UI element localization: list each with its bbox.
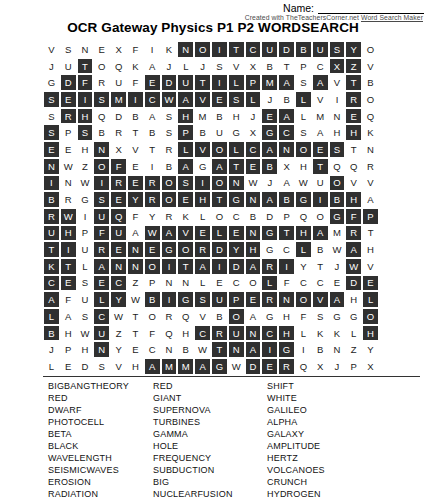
- grid-cell: X: [245, 124, 262, 141]
- grid-cell: R: [345, 225, 362, 242]
- grid-cell: U: [43, 225, 60, 242]
- grid-cell: S: [161, 124, 178, 141]
- grid-cell: L: [194, 275, 211, 292]
- grid-cell: T: [278, 225, 295, 242]
- grid-cell: A: [245, 341, 262, 358]
- grid-cell: J: [329, 258, 346, 275]
- grid-cell: C: [93, 308, 110, 325]
- grid-cell: H: [77, 341, 94, 358]
- grid-cell: X: [362, 358, 379, 375]
- grid-cell: M: [261, 74, 278, 91]
- grid-cell: A: [127, 225, 144, 242]
- grid-cell: S: [312, 308, 329, 325]
- grid-cell: O: [161, 175, 178, 192]
- word-list-item: SHIFT: [267, 380, 325, 392]
- grid-cell: X: [329, 58, 346, 75]
- grid-cell: V: [362, 258, 379, 275]
- grid-cell: I: [93, 175, 110, 192]
- grid-cell: L: [43, 308, 60, 325]
- grid-cell: K: [127, 58, 144, 75]
- grid-cell: N: [161, 341, 178, 358]
- grid-cell: T: [127, 308, 144, 325]
- grid-cell: L: [295, 325, 312, 342]
- grid-cell: L: [93, 291, 110, 308]
- grid-cell: A: [278, 108, 295, 125]
- grid-cell: V: [194, 308, 211, 325]
- grid-cell: N: [245, 191, 262, 208]
- grid-cell: E: [245, 291, 262, 308]
- grid-cell: G: [329, 208, 346, 225]
- grid-cell: F: [345, 208, 362, 225]
- grid-cell: K: [312, 325, 329, 342]
- grid-cell: A: [161, 225, 178, 242]
- grid-cell: A: [93, 258, 110, 275]
- grid-cell: V: [177, 225, 194, 242]
- grid-cell: N: [127, 241, 144, 258]
- grid-cell: G: [261, 308, 278, 325]
- grid-cell: R: [261, 291, 278, 308]
- grid-cell: X: [110, 141, 127, 158]
- grid-cell: G: [194, 158, 211, 175]
- grid-cell: E: [110, 241, 127, 258]
- grid-cell: E: [110, 191, 127, 208]
- grid-cell: T: [278, 58, 295, 75]
- grid-cell: L: [362, 291, 379, 308]
- grid-cell: X: [278, 158, 295, 175]
- grid-cell: R: [194, 241, 211, 258]
- grid-cell: L: [177, 141, 194, 158]
- word-list-item: TURBINES: [153, 416, 233, 428]
- grid-cell: X: [312, 358, 329, 375]
- grid-cell: S: [295, 74, 312, 91]
- word-list-item: GALAXY: [267, 428, 325, 440]
- grid-cell: L: [211, 225, 228, 242]
- grid-cell: R: [93, 241, 110, 258]
- grid-cell: B: [329, 191, 346, 208]
- grid-cell: A: [144, 108, 161, 125]
- grid-cell: E: [43, 141, 60, 158]
- word-list-item: CRUNCH: [267, 476, 325, 488]
- grid-cell: E: [127, 158, 144, 175]
- word-list-item: BETA: [48, 428, 129, 440]
- grid-cell: R: [161, 141, 178, 158]
- grid-cell: I: [261, 341, 278, 358]
- word-list-item: RED: [48, 392, 129, 404]
- grid-cell: D: [345, 275, 362, 292]
- grid-cell: E: [211, 91, 228, 108]
- grid-cell: N: [177, 41, 194, 58]
- grid-cell: W: [161, 91, 178, 108]
- grid-cell: Q: [110, 58, 127, 75]
- grid-cell: R: [161, 308, 178, 325]
- grid-cell: M: [194, 108, 211, 125]
- grid-cell: N: [329, 108, 346, 125]
- grid-cell: Y: [295, 258, 312, 275]
- word-list-item: RED: [153, 380, 233, 392]
- word-list-item: FREQUENCY: [153, 452, 233, 464]
- grid-cell: A: [211, 158, 228, 175]
- grid-cell: U: [211, 124, 228, 141]
- grid-cell: J: [43, 341, 60, 358]
- grid-cell: E: [93, 41, 110, 58]
- grid-cell: U: [110, 225, 127, 242]
- word-list-item: GAMMA: [153, 428, 233, 440]
- grid-cell: D: [278, 41, 295, 58]
- word-list-column: REDGIANTSUPERNOVATURBINESGAMMAHOLEFREQUE…: [153, 380, 233, 500]
- grid-cell: G: [345, 308, 362, 325]
- grid-cell: I: [278, 258, 295, 275]
- grid-cell: P: [144, 275, 161, 292]
- grid-cell: G: [261, 124, 278, 141]
- grid-cell: H: [177, 325, 194, 342]
- grid-cell: B: [177, 341, 194, 358]
- grid-cell: E: [60, 358, 77, 375]
- grid-cell: S: [329, 41, 346, 58]
- grid-cell: J: [161, 58, 178, 75]
- name-row: Name:: [283, 2, 424, 14]
- grid-cell: I: [161, 291, 178, 308]
- grid-cell: N: [60, 175, 77, 192]
- grid-cell: G: [261, 241, 278, 258]
- grid-cell: C: [312, 58, 329, 75]
- grid-cell: E: [312, 141, 329, 158]
- grid-cell: U: [93, 325, 110, 342]
- grid-cell: E: [228, 225, 245, 242]
- grid-cell: E: [144, 74, 161, 91]
- grid-cell: A: [312, 225, 329, 242]
- word-list-item: SEISMICWAVES: [48, 464, 129, 476]
- grid-cell: S: [161, 108, 178, 125]
- grid-cell: T: [194, 74, 211, 91]
- grid-cell: U: [77, 241, 94, 258]
- grid-cell: T: [127, 124, 144, 141]
- grid-cell: E: [261, 358, 278, 375]
- grid-cell: A: [278, 175, 295, 192]
- grid-cell: U: [93, 208, 110, 225]
- grid-cell: S: [228, 91, 245, 108]
- grid-cell: O: [161, 191, 178, 208]
- grid-cell: R: [43, 208, 60, 225]
- grid-cell: B: [144, 124, 161, 141]
- grid-cell: W: [228, 358, 245, 375]
- grid-cell: R: [144, 191, 161, 208]
- grid-cell: V: [329, 74, 346, 91]
- name-blank-line: [318, 2, 424, 14]
- grid-cell: A: [43, 291, 60, 308]
- grid-cell: T: [228, 158, 245, 175]
- grid-cell: A: [177, 91, 194, 108]
- grid-cell: O: [93, 158, 110, 175]
- grid-cell: O: [362, 41, 379, 58]
- grid-cell: N: [93, 141, 110, 158]
- grid-cell: F: [77, 74, 94, 91]
- grid-cell: E: [93, 275, 110, 292]
- grid-cell: T: [312, 158, 329, 175]
- grid-cell: I: [211, 258, 228, 275]
- grid-cell: G: [211, 358, 228, 375]
- grid-cell: I: [329, 91, 346, 108]
- grid-cell: V: [345, 175, 362, 192]
- grid-cell: J: [245, 108, 262, 125]
- word-list-item: BIGBANGTHEORY: [48, 380, 129, 392]
- grid-cell: G: [77, 191, 94, 208]
- grid-cell: Y: [144, 208, 161, 225]
- grid-cell: C: [245, 141, 262, 158]
- word-list-item: DWARF: [48, 404, 129, 416]
- grid-cell: D: [77, 358, 94, 375]
- grid-cell: U: [177, 74, 194, 91]
- grid-cell: W: [194, 341, 211, 358]
- grid-cell: I: [161, 258, 178, 275]
- grid-cell: B: [127, 108, 144, 125]
- word-list-item: HOLE: [153, 440, 233, 452]
- grid-cell: H: [295, 158, 312, 175]
- grid-cell: B: [161, 158, 178, 175]
- grid-cell: A: [362, 191, 379, 208]
- word-list-item: BLACK: [48, 440, 129, 452]
- grid-cell: H: [60, 325, 77, 342]
- grid-cell: T: [228, 41, 245, 58]
- grid-cell: N: [245, 325, 262, 342]
- grid-cell: E: [60, 141, 77, 158]
- grid-cell: B: [211, 108, 228, 125]
- grid-cell: S: [43, 91, 60, 108]
- grid-cell: C: [278, 241, 295, 258]
- grid-cell: A: [60, 308, 77, 325]
- grid-cell: F: [93, 225, 110, 242]
- grid-cell: W: [245, 175, 262, 192]
- grid-cell: R: [110, 124, 127, 141]
- grid-cell: V: [194, 91, 211, 108]
- grid-cell: T: [60, 258, 77, 275]
- grid-cell: V: [362, 175, 379, 192]
- grid-cell: I: [144, 158, 161, 175]
- word-list-item: SUPERNOVA: [153, 404, 233, 416]
- word-search-grid: VSNEXFIKNOITCUDBUSYOJUTOQKAJLJSVXBTPCXZV…: [43, 41, 379, 375]
- grid-cell: T: [127, 325, 144, 342]
- grid-cell: N: [127, 258, 144, 275]
- grid-cell: Y: [362, 341, 379, 358]
- grid-cell: E: [60, 91, 77, 108]
- grid-cell: W: [60, 158, 77, 175]
- grid-cell: G: [177, 291, 194, 308]
- page-title: OCR Gateway Physics P1 P2 WORDSEARCH: [0, 20, 426, 35]
- grid-cell: H: [245, 241, 262, 258]
- grid-cell: Q: [177, 308, 194, 325]
- grid-cell: H: [329, 124, 346, 141]
- grid-cell: K: [329, 325, 346, 342]
- grid-cell: P: [177, 124, 194, 141]
- grid-cell: U: [261, 41, 278, 58]
- grid-cell: Y: [127, 191, 144, 208]
- word-list-column: BIGBANGTHEORYREDDWARFPHOTOCELLBETABLACKW…: [48, 380, 129, 500]
- grid-cell: S: [93, 91, 110, 108]
- grid-cell: R: [110, 175, 127, 192]
- grid-cell: Q: [345, 158, 362, 175]
- grid-cell: Q: [295, 208, 312, 225]
- grid-cell: B: [261, 158, 278, 175]
- grid-cell: G: [43, 74, 60, 91]
- word-list-item: GALILEO: [267, 404, 325, 416]
- grid-cell: H: [362, 241, 379, 258]
- grid-cell: B: [278, 91, 295, 108]
- grid-cell: U: [211, 291, 228, 308]
- word-list-item: SUBDUCTION: [153, 464, 233, 476]
- grid-cell: D: [161, 74, 178, 91]
- grid-cell: B: [261, 58, 278, 75]
- grid-cell: A: [261, 191, 278, 208]
- grid-cell: F: [295, 308, 312, 325]
- grid-cell: E: [60, 275, 77, 292]
- grid-cell: B: [245, 208, 262, 225]
- grid-cell: F: [127, 208, 144, 225]
- grid-cell: P: [60, 124, 77, 141]
- grid-cell: X: [245, 58, 262, 75]
- grid-cell: Q: [329, 158, 346, 175]
- grid-cell: A: [194, 358, 211, 375]
- grid-cell: R: [60, 191, 77, 208]
- grid-cell: P: [278, 208, 295, 225]
- grid-cell: R: [93, 74, 110, 91]
- grid-cell: P: [245, 74, 262, 91]
- grid-cell: O: [177, 241, 194, 258]
- grid-cell: A: [329, 291, 346, 308]
- grid-cell: J: [194, 58, 211, 75]
- grid-cell: M: [110, 91, 127, 108]
- grid-cell: H: [228, 108, 245, 125]
- grid-cell: U: [312, 41, 329, 58]
- grid-cell: A: [245, 308, 262, 325]
- grid-cell: C: [295, 275, 312, 292]
- grid-cell: U: [60, 58, 77, 75]
- grid-cell: S: [77, 308, 94, 325]
- grid-cell: V: [228, 58, 245, 75]
- grid-cell: E: [261, 108, 278, 125]
- grid-cell: E: [177, 191, 194, 208]
- grid-cell: I: [312, 191, 329, 208]
- grid-cell: L: [261, 275, 278, 292]
- grid-cell: B: [295, 41, 312, 58]
- grid-cell: W: [144, 225, 161, 242]
- grid-cell: O: [211, 208, 228, 225]
- word-list-column: SHIFTWHITEGALILEOALPHAGALAXYAMPLITUDEHER…: [267, 380, 325, 500]
- grid-cell: W: [77, 175, 94, 192]
- grid-cell: W: [110, 308, 127, 325]
- grid-cell: E: [211, 275, 228, 292]
- grid-cell: B: [144, 291, 161, 308]
- grid-cell: Q: [110, 208, 127, 225]
- word-list-item: EROSION: [48, 476, 129, 488]
- grid-cell: C: [228, 208, 245, 225]
- grid-cell: V: [43, 41, 60, 58]
- grid-cell: B: [43, 325, 60, 342]
- grid-cell: C: [312, 275, 329, 292]
- grid-cell: Z: [77, 158, 94, 175]
- grid-cell: C: [110, 275, 127, 292]
- grid-cell: L: [295, 91, 312, 108]
- grid-cell: V: [127, 141, 144, 158]
- grid-cell: T: [43, 241, 60, 258]
- grid-cell: C: [278, 124, 295, 141]
- grid-cell: J: [43, 58, 60, 75]
- grid-cell: E: [194, 225, 211, 242]
- grid-cell: S: [329, 141, 346, 158]
- grid-cell: G: [329, 308, 346, 325]
- grid-cell: I: [211, 74, 228, 91]
- grid-cell: N: [329, 341, 346, 358]
- grid-cell: E: [144, 241, 161, 258]
- grid-cell: A: [144, 58, 161, 75]
- grid-cell: R: [278, 358, 295, 375]
- grid-cell: V: [312, 91, 329, 108]
- grid-cell: W: [345, 258, 362, 275]
- grid-cell: T: [362, 225, 379, 242]
- grid-cell: K: [161, 41, 178, 58]
- grid-cell: N: [278, 141, 295, 158]
- word-list-item: HERTZ: [267, 452, 325, 464]
- grid-cell: B: [194, 124, 211, 141]
- grid-cell: O: [295, 141, 312, 158]
- grid-cell: S: [43, 108, 60, 125]
- grid-cell: S: [295, 124, 312, 141]
- grid-cell: I: [127, 91, 144, 108]
- grid-cell: D: [211, 241, 228, 258]
- grid-cell: N: [110, 258, 127, 275]
- grid-cell: C: [228, 275, 245, 292]
- grid-cell: B: [312, 341, 329, 358]
- word-list-item: PHOTOCELL: [48, 416, 129, 428]
- grid-cell: A: [177, 158, 194, 175]
- grid-cell: C: [194, 325, 211, 342]
- grid-cell: H: [77, 108, 94, 125]
- grid-cell: N: [43, 158, 60, 175]
- grid-cell: X: [110, 41, 127, 58]
- grid-cell: T: [177, 258, 194, 275]
- word-list-item: HYDROGEN: [267, 488, 325, 500]
- grid-cell: Z: [345, 341, 362, 358]
- grid-cell: T: [144, 141, 161, 158]
- word-list-item: AMPLITUDE: [267, 440, 325, 452]
- grid-cell: I: [77, 208, 94, 225]
- grid-cell: O: [144, 308, 161, 325]
- grid-cell: G: [295, 191, 312, 208]
- grid-cell: F: [60, 291, 77, 308]
- grid-cell: H: [362, 325, 379, 342]
- name-label: Name:: [283, 2, 314, 14]
- grid-cell: G: [161, 241, 178, 258]
- grid-cell: E: [329, 275, 346, 292]
- grid-cell: P: [60, 341, 77, 358]
- grid-cell: R: [362, 158, 379, 175]
- grid-cell: E: [345, 108, 362, 125]
- grid-cell: S: [93, 191, 110, 208]
- grid-cell: P: [228, 291, 245, 308]
- grid-cell: S: [60, 41, 77, 58]
- grid-cell: H: [295, 225, 312, 242]
- grid-cell: F: [144, 325, 161, 342]
- grid-cell: H: [345, 191, 362, 208]
- grid-cell: V: [110, 358, 127, 375]
- grid-cell: P: [77, 225, 94, 242]
- grid-cell: F: [278, 275, 295, 292]
- grid-cell: S: [93, 358, 110, 375]
- grid-cell: B: [278, 191, 295, 208]
- grid-cell: O: [194, 41, 211, 58]
- grid-cell: V: [194, 141, 211, 158]
- grid-cell: H: [60, 225, 77, 242]
- grid-cell: K: [43, 258, 60, 275]
- grid-cell: T: [211, 341, 228, 358]
